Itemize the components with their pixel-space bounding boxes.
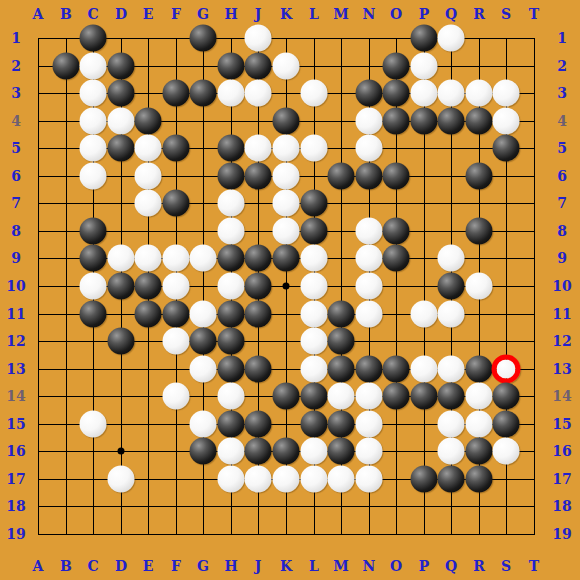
stone-black-L7 bbox=[301, 190, 328, 217]
col-label-top-S: S bbox=[501, 7, 511, 21]
col-label-bottom-C: C bbox=[87, 559, 98, 573]
stone-black-M13 bbox=[328, 356, 355, 383]
col-label-top-M: M bbox=[333, 7, 349, 21]
col-label-top-N: N bbox=[363, 7, 376, 21]
stone-white-D9 bbox=[108, 245, 135, 272]
row-label-left-13: 13 bbox=[6, 362, 25, 376]
go-board-screenshot: AABBCCDDEEFFGGHHJJKKLLMMNNOOPPQQRRSSTT11… bbox=[0, 0, 580, 580]
stone-white-J3 bbox=[245, 80, 272, 107]
stone-white-K8 bbox=[273, 218, 300, 245]
stone-white-L11 bbox=[301, 301, 328, 328]
row-label-right-17: 17 bbox=[552, 472, 571, 486]
col-label-bottom-F: F bbox=[171, 559, 181, 573]
col-label-bottom-A: A bbox=[33, 559, 44, 573]
col-label-bottom-O: O bbox=[390, 559, 402, 573]
stone-black-D3 bbox=[108, 80, 135, 107]
stone-white-J5 bbox=[245, 135, 272, 162]
row-label-right-13: 13 bbox=[552, 362, 571, 376]
stone-white-R3 bbox=[466, 80, 493, 107]
col-label-top-R: R bbox=[473, 7, 485, 21]
stone-white-N10 bbox=[356, 273, 383, 300]
col-label-bottom-E: E bbox=[143, 559, 154, 573]
stone-white-N4 bbox=[356, 108, 383, 135]
stone-black-E4 bbox=[135, 108, 162, 135]
col-label-bottom-B: B bbox=[60, 559, 72, 573]
grid-line-vertical bbox=[534, 38, 535, 535]
stone-black-C1 bbox=[80, 25, 107, 52]
row-label-left-3: 3 bbox=[11, 86, 21, 100]
stone-black-J6 bbox=[245, 163, 272, 190]
stone-white-L10 bbox=[301, 273, 328, 300]
row-label-right-6: 6 bbox=[557, 169, 567, 183]
stone-black-F5 bbox=[163, 135, 190, 162]
stone-white-Q15 bbox=[438, 411, 465, 438]
stone-black-F11 bbox=[163, 301, 190, 328]
stone-black-O14 bbox=[383, 383, 410, 410]
stone-black-J11 bbox=[245, 301, 272, 328]
stone-black-S15 bbox=[493, 411, 520, 438]
col-label-top-T: T bbox=[529, 7, 539, 21]
stone-black-O2 bbox=[383, 53, 410, 80]
stone-black-M15 bbox=[328, 411, 355, 438]
stone-black-H9 bbox=[218, 245, 245, 272]
col-label-top-G: G bbox=[197, 7, 209, 21]
col-label-bottom-T: T bbox=[529, 559, 539, 573]
col-label-top-P: P bbox=[419, 7, 430, 21]
stone-black-H2 bbox=[218, 53, 245, 80]
stone-white-K6 bbox=[273, 163, 300, 190]
stone-white-L17 bbox=[301, 466, 328, 493]
stone-white-S13-last-move-red-circle-marker bbox=[492, 355, 521, 384]
row-label-right-7: 7 bbox=[557, 196, 567, 210]
stone-black-N6 bbox=[356, 163, 383, 190]
stone-black-L15 bbox=[301, 411, 328, 438]
col-label-top-L: L bbox=[309, 7, 319, 21]
col-label-top-D: D bbox=[115, 7, 127, 21]
stone-white-M17 bbox=[328, 466, 355, 493]
col-label-bottom-D: D bbox=[115, 559, 127, 573]
star-point-K10 bbox=[283, 283, 290, 290]
stone-white-G9 bbox=[190, 245, 217, 272]
col-label-bottom-N: N bbox=[363, 559, 376, 573]
stone-white-K7 bbox=[273, 190, 300, 217]
stone-black-R6 bbox=[466, 163, 493, 190]
stone-white-H7 bbox=[218, 190, 245, 217]
row-label-right-2: 2 bbox=[557, 59, 567, 73]
col-label-bottom-J: J bbox=[255, 559, 262, 573]
row-label-left-7: 7 bbox=[11, 196, 21, 210]
stone-black-F7 bbox=[163, 190, 190, 217]
stone-black-G12 bbox=[190, 328, 217, 355]
row-label-right-8: 8 bbox=[557, 224, 567, 238]
row-label-right-12: 12 bbox=[552, 334, 571, 348]
row-label-left-17: 17 bbox=[6, 472, 25, 486]
col-label-top-H: H bbox=[224, 7, 237, 21]
stone-white-J17 bbox=[245, 466, 272, 493]
row-label-left-6: 6 bbox=[11, 169, 21, 183]
stone-black-H13 bbox=[218, 356, 245, 383]
stone-white-N9 bbox=[356, 245, 383, 272]
stone-white-E6 bbox=[135, 163, 162, 190]
stone-black-L8 bbox=[301, 218, 328, 245]
row-label-left-5: 5 bbox=[11, 141, 21, 155]
col-label-bottom-P: P bbox=[419, 559, 430, 573]
stone-black-Q14 bbox=[438, 383, 465, 410]
stone-white-E5 bbox=[135, 135, 162, 162]
stone-black-R13 bbox=[466, 356, 493, 383]
row-label-left-1: 1 bbox=[11, 31, 21, 45]
stone-white-S16 bbox=[493, 438, 520, 465]
stone-white-N8 bbox=[356, 218, 383, 245]
stone-black-B2 bbox=[53, 53, 80, 80]
stone-white-Q16 bbox=[438, 438, 465, 465]
col-label-bottom-H: H bbox=[224, 559, 237, 573]
stone-white-N17 bbox=[356, 466, 383, 493]
stone-white-H3 bbox=[218, 80, 245, 107]
stone-white-N11 bbox=[356, 301, 383, 328]
stone-black-D2 bbox=[108, 53, 135, 80]
stone-white-C3 bbox=[80, 80, 107, 107]
row-label-right-11: 11 bbox=[552, 307, 571, 321]
stone-black-M11 bbox=[328, 301, 355, 328]
stone-black-J15 bbox=[245, 411, 272, 438]
stone-black-P17 bbox=[411, 466, 438, 493]
stone-white-K17 bbox=[273, 466, 300, 493]
stone-white-L9 bbox=[301, 245, 328, 272]
stone-black-O9 bbox=[383, 245, 410, 272]
stone-white-F10 bbox=[163, 273, 190, 300]
stone-black-O13 bbox=[383, 356, 410, 383]
stone-black-P1 bbox=[411, 25, 438, 52]
col-label-bottom-M: M bbox=[333, 559, 349, 573]
stone-white-F9 bbox=[163, 245, 190, 272]
stone-black-H15 bbox=[218, 411, 245, 438]
row-label-right-16: 16 bbox=[552, 444, 571, 458]
row-label-left-11: 11 bbox=[6, 307, 25, 321]
stone-black-M12 bbox=[328, 328, 355, 355]
stone-black-G1 bbox=[190, 25, 217, 52]
stone-black-M6 bbox=[328, 163, 355, 190]
stone-white-H17 bbox=[218, 466, 245, 493]
col-label-bottom-L: L bbox=[309, 559, 319, 573]
grid-line-horizontal bbox=[38, 534, 535, 535]
stone-black-Q17 bbox=[438, 466, 465, 493]
stone-white-L5 bbox=[301, 135, 328, 162]
stone-black-D5 bbox=[108, 135, 135, 162]
star-point-D16 bbox=[118, 448, 125, 455]
col-label-top-E: E bbox=[143, 7, 154, 21]
row-label-left-9: 9 bbox=[11, 251, 21, 265]
row-label-left-19: 19 bbox=[6, 527, 25, 541]
stone-white-C5 bbox=[80, 135, 107, 162]
stone-black-K16 bbox=[273, 438, 300, 465]
stone-white-J1 bbox=[245, 25, 272, 52]
row-label-right-18: 18 bbox=[552, 499, 571, 513]
stone-white-C10 bbox=[80, 273, 107, 300]
stone-black-E11 bbox=[135, 301, 162, 328]
stone-white-L3 bbox=[301, 80, 328, 107]
stone-black-H11 bbox=[218, 301, 245, 328]
stone-black-Q4 bbox=[438, 108, 465, 135]
stone-black-L14 bbox=[301, 383, 328, 410]
stone-white-R14 bbox=[466, 383, 493, 410]
row-label-left-2: 2 bbox=[11, 59, 21, 73]
stone-black-C9 bbox=[80, 245, 107, 272]
row-label-left-14: 14 bbox=[6, 389, 25, 403]
stone-black-J16 bbox=[245, 438, 272, 465]
stone-black-J2 bbox=[245, 53, 272, 80]
stone-white-N5 bbox=[356, 135, 383, 162]
row-label-left-12: 12 bbox=[6, 334, 25, 348]
stone-black-H6 bbox=[218, 163, 245, 190]
stone-black-C11 bbox=[80, 301, 107, 328]
stone-black-J10 bbox=[245, 273, 272, 300]
stone-white-C6 bbox=[80, 163, 107, 190]
stone-black-K14 bbox=[273, 383, 300, 410]
col-label-top-K: K bbox=[280, 7, 292, 21]
row-label-left-15: 15 bbox=[6, 417, 25, 431]
stone-white-D17 bbox=[108, 466, 135, 493]
stone-white-H8 bbox=[218, 218, 245, 245]
stone-black-J9 bbox=[245, 245, 272, 272]
stone-black-R8 bbox=[466, 218, 493, 245]
stone-white-L13 bbox=[301, 356, 328, 383]
stone-black-G16 bbox=[190, 438, 217, 465]
col-label-top-Q: Q bbox=[445, 7, 457, 21]
stone-black-O4 bbox=[383, 108, 410, 135]
stone-black-D12 bbox=[108, 328, 135, 355]
col-label-bottom-Q: Q bbox=[445, 559, 457, 573]
stone-white-Q1 bbox=[438, 25, 465, 52]
stone-white-Q9 bbox=[438, 245, 465, 272]
stone-white-N16 bbox=[356, 438, 383, 465]
row-label-right-15: 15 bbox=[552, 417, 571, 431]
row-label-right-5: 5 bbox=[557, 141, 567, 155]
stone-white-Q3 bbox=[438, 80, 465, 107]
stone-white-C2 bbox=[80, 53, 107, 80]
stone-white-F14 bbox=[163, 383, 190, 410]
stone-white-G15 bbox=[190, 411, 217, 438]
stone-black-K4 bbox=[273, 108, 300, 135]
stone-black-O6 bbox=[383, 163, 410, 190]
stone-white-Q11 bbox=[438, 301, 465, 328]
stone-white-H14 bbox=[218, 383, 245, 410]
col-label-top-O: O bbox=[390, 7, 402, 21]
stone-white-N15 bbox=[356, 411, 383, 438]
row-label-right-4: 4 bbox=[557, 114, 567, 128]
stone-black-H12 bbox=[218, 328, 245, 355]
col-label-top-B: B bbox=[60, 7, 72, 21]
stone-white-C4 bbox=[80, 108, 107, 135]
stone-black-R17 bbox=[466, 466, 493, 493]
stone-white-S3 bbox=[493, 80, 520, 107]
stone-black-P4 bbox=[411, 108, 438, 135]
row-label-left-18: 18 bbox=[6, 499, 25, 513]
stone-white-R15 bbox=[466, 411, 493, 438]
stone-black-Q10 bbox=[438, 273, 465, 300]
stone-white-D4 bbox=[108, 108, 135, 135]
stone-black-N3 bbox=[356, 80, 383, 107]
stone-black-R4 bbox=[466, 108, 493, 135]
stone-white-G13 bbox=[190, 356, 217, 383]
stone-black-H5 bbox=[218, 135, 245, 162]
stone-white-R10 bbox=[466, 273, 493, 300]
stone-white-S4 bbox=[493, 108, 520, 135]
stone-black-P14 bbox=[411, 383, 438, 410]
stone-white-L12 bbox=[301, 328, 328, 355]
stone-black-O3 bbox=[383, 80, 410, 107]
row-label-right-1: 1 bbox=[557, 31, 567, 45]
stone-white-P11 bbox=[411, 301, 438, 328]
stone-white-N14 bbox=[356, 383, 383, 410]
col-label-bottom-R: R bbox=[473, 559, 485, 573]
stone-white-E7 bbox=[135, 190, 162, 217]
stone-black-J13 bbox=[245, 356, 272, 383]
stone-black-S5 bbox=[493, 135, 520, 162]
stone-black-N13 bbox=[356, 356, 383, 383]
col-label-bottom-G: G bbox=[197, 559, 209, 573]
stone-white-F12 bbox=[163, 328, 190, 355]
row-label-right-14: 14 bbox=[552, 389, 571, 403]
row-label-left-16: 16 bbox=[6, 444, 25, 458]
col-label-bottom-S: S bbox=[501, 559, 511, 573]
col-label-top-J: J bbox=[255, 7, 262, 21]
stone-white-M14 bbox=[328, 383, 355, 410]
stone-white-K5 bbox=[273, 135, 300, 162]
col-label-top-F: F bbox=[171, 7, 181, 21]
row-label-right-19: 19 bbox=[552, 527, 571, 541]
stone-black-F3 bbox=[163, 80, 190, 107]
stone-black-R16 bbox=[466, 438, 493, 465]
stone-white-L16 bbox=[301, 438, 328, 465]
col-label-bottom-K: K bbox=[280, 559, 292, 573]
col-label-top-A: A bbox=[33, 7, 44, 21]
row-label-right-9: 9 bbox=[557, 251, 567, 265]
stone-white-P2 bbox=[411, 53, 438, 80]
stone-black-M16 bbox=[328, 438, 355, 465]
grid-line-horizontal bbox=[38, 506, 535, 507]
stone-white-Q13 bbox=[438, 356, 465, 383]
row-label-left-4: 4 bbox=[11, 114, 21, 128]
stone-black-S14 bbox=[493, 383, 520, 410]
stone-white-C15 bbox=[80, 411, 107, 438]
stone-white-E9 bbox=[135, 245, 162, 272]
row-label-right-10: 10 bbox=[552, 279, 571, 293]
stone-black-C8 bbox=[80, 218, 107, 245]
stone-black-E10 bbox=[135, 273, 162, 300]
stone-white-H10 bbox=[218, 273, 245, 300]
stone-white-P3 bbox=[411, 80, 438, 107]
stone-white-G11 bbox=[190, 301, 217, 328]
col-label-top-C: C bbox=[87, 7, 98, 21]
stone-white-P13 bbox=[411, 356, 438, 383]
stone-black-K9 bbox=[273, 245, 300, 272]
stone-black-D10 bbox=[108, 273, 135, 300]
stone-white-H16 bbox=[218, 438, 245, 465]
row-label-right-3: 3 bbox=[557, 86, 567, 100]
stone-black-O8 bbox=[383, 218, 410, 245]
row-label-left-8: 8 bbox=[11, 224, 21, 238]
row-label-left-10: 10 bbox=[6, 279, 25, 293]
stone-white-K2 bbox=[273, 53, 300, 80]
stone-black-G3 bbox=[190, 80, 217, 107]
